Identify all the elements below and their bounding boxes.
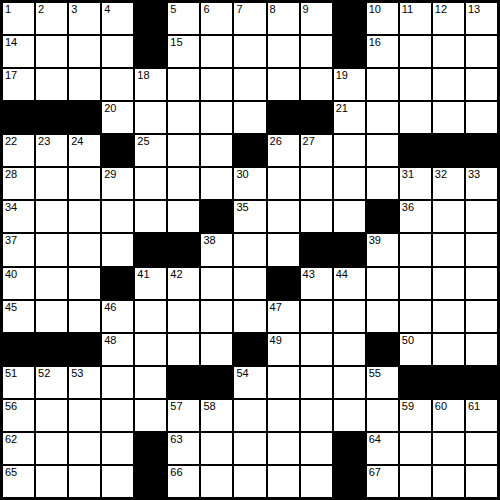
white-square[interactable] bbox=[135, 334, 166, 365]
white-square[interactable]: 54 bbox=[234, 367, 265, 398]
clue-number: 65 bbox=[5, 466, 17, 479]
white-square[interactable] bbox=[135, 102, 166, 133]
white-square[interactable]: 65 bbox=[3, 466, 34, 497]
black-square bbox=[334, 36, 365, 67]
white-square[interactable]: 20 bbox=[102, 102, 133, 133]
white-square[interactable] bbox=[69, 400, 100, 431]
white-square[interactable] bbox=[102, 433, 133, 464]
white-square[interactable]: 11 bbox=[400, 3, 431, 34]
white-square[interactable] bbox=[466, 433, 497, 464]
white-square[interactable]: 15 bbox=[168, 36, 199, 67]
white-square[interactable] bbox=[433, 36, 464, 67]
clue-number: 9 bbox=[303, 3, 309, 16]
white-square[interactable] bbox=[301, 201, 332, 232]
black-square bbox=[168, 367, 199, 398]
white-square[interactable] bbox=[334, 367, 365, 398]
white-square[interactable] bbox=[334, 301, 365, 332]
black-square bbox=[201, 201, 232, 232]
clue-number: 43 bbox=[303, 268, 315, 281]
white-square[interactable]: 43 bbox=[301, 268, 332, 299]
white-square[interactable] bbox=[367, 69, 398, 100]
clue-number: 23 bbox=[38, 135, 50, 148]
white-square[interactable] bbox=[36, 466, 67, 497]
white-square[interactable] bbox=[268, 433, 299, 464]
white-square[interactable]: 60 bbox=[433, 400, 464, 431]
white-square[interactable] bbox=[201, 36, 232, 67]
white-square[interactable]: 5 bbox=[168, 3, 199, 34]
clue-number: 31 bbox=[402, 168, 414, 181]
clue-number: 67 bbox=[369, 466, 381, 479]
clue-number: 36 bbox=[402, 201, 414, 214]
clue-number: 34 bbox=[5, 201, 17, 214]
white-square[interactable] bbox=[69, 268, 100, 299]
white-square[interactable] bbox=[268, 201, 299, 232]
white-square[interactable] bbox=[400, 69, 431, 100]
white-square[interactable] bbox=[36, 69, 67, 100]
white-square[interactable]: 17 bbox=[3, 69, 34, 100]
white-square[interactable]: 49 bbox=[268, 334, 299, 365]
white-square[interactable] bbox=[400, 36, 431, 67]
white-square[interactable] bbox=[466, 466, 497, 497]
white-square[interactable] bbox=[201, 433, 232, 464]
white-square[interactable] bbox=[334, 400, 365, 431]
white-square[interactable] bbox=[69, 168, 100, 199]
white-square[interactable]: 38 bbox=[201, 234, 232, 265]
white-square[interactable] bbox=[367, 400, 398, 431]
white-square[interactable] bbox=[234, 234, 265, 265]
crossword-grid: 1234567891011121314151617181920212223242… bbox=[0, 0, 500, 500]
white-square[interactable] bbox=[201, 268, 232, 299]
white-square[interactable] bbox=[135, 400, 166, 431]
black-square bbox=[102, 135, 133, 166]
white-square[interactable] bbox=[168, 301, 199, 332]
white-square[interactable]: 40 bbox=[3, 268, 34, 299]
black-square bbox=[36, 334, 67, 365]
white-square[interactable] bbox=[400, 268, 431, 299]
clue-number: 3 bbox=[71, 3, 77, 16]
white-square[interactable]: 39 bbox=[367, 234, 398, 265]
white-square[interactable] bbox=[433, 201, 464, 232]
clue-number: 44 bbox=[336, 268, 348, 281]
black-square bbox=[135, 433, 166, 464]
black-square bbox=[334, 466, 365, 497]
white-square[interactable]: 16 bbox=[367, 36, 398, 67]
white-square[interactable]: 64 bbox=[367, 433, 398, 464]
white-square[interactable] bbox=[268, 367, 299, 398]
white-square[interactable] bbox=[301, 36, 332, 67]
black-square bbox=[135, 3, 166, 34]
clue-number: 13 bbox=[468, 3, 480, 16]
white-square[interactable] bbox=[466, 268, 497, 299]
white-square[interactable] bbox=[234, 102, 265, 133]
white-square[interactable] bbox=[36, 433, 67, 464]
white-square[interactable]: 55 bbox=[367, 367, 398, 398]
white-square[interactable] bbox=[69, 69, 100, 100]
white-square[interactable]: 9 bbox=[301, 3, 332, 34]
white-square[interactable] bbox=[102, 466, 133, 497]
clue-number: 30 bbox=[236, 168, 248, 181]
white-square[interactable] bbox=[433, 102, 464, 133]
white-square[interactable]: 50 bbox=[400, 334, 431, 365]
white-square[interactable]: 24 bbox=[69, 135, 100, 166]
white-square[interactable]: 30 bbox=[234, 168, 265, 199]
white-square[interactable]: 45 bbox=[3, 301, 34, 332]
clue-number: 32 bbox=[435, 168, 447, 181]
white-square[interactable]: 6 bbox=[201, 3, 232, 34]
black-square bbox=[268, 102, 299, 133]
clue-number: 27 bbox=[303, 135, 315, 148]
clue-number: 61 bbox=[468, 400, 480, 413]
clue-number: 46 bbox=[104, 301, 116, 314]
white-square[interactable] bbox=[433, 268, 464, 299]
white-square[interactable]: 42 bbox=[168, 268, 199, 299]
clue-number: 42 bbox=[170, 268, 182, 281]
clue-number: 59 bbox=[402, 400, 414, 413]
white-square[interactable] bbox=[433, 69, 464, 100]
white-square[interactable] bbox=[301, 69, 332, 100]
clue-number: 57 bbox=[170, 400, 182, 413]
clue-number: 7 bbox=[236, 3, 242, 16]
white-square[interactable]: 66 bbox=[168, 466, 199, 497]
white-square[interactable] bbox=[135, 201, 166, 232]
black-square bbox=[135, 466, 166, 497]
white-square[interactable] bbox=[201, 135, 232, 166]
white-square[interactable]: 14 bbox=[3, 36, 34, 67]
clue-number: 56 bbox=[5, 400, 17, 413]
white-square[interactable] bbox=[69, 201, 100, 232]
clue-number: 25 bbox=[137, 135, 149, 148]
white-square[interactable]: 25 bbox=[135, 135, 166, 166]
clue-number: 18 bbox=[137, 69, 149, 82]
clue-number: 55 bbox=[369, 367, 381, 380]
white-square[interactable] bbox=[433, 234, 464, 265]
clue-number: 5 bbox=[170, 3, 176, 16]
white-square[interactable]: 44 bbox=[334, 268, 365, 299]
clue-number: 24 bbox=[71, 135, 83, 148]
white-square[interactable] bbox=[400, 433, 431, 464]
white-square[interactable] bbox=[234, 466, 265, 497]
white-square[interactable] bbox=[69, 36, 100, 67]
clue-number: 41 bbox=[137, 268, 149, 281]
white-square[interactable]: 8 bbox=[268, 3, 299, 34]
white-square[interactable] bbox=[268, 36, 299, 67]
white-square[interactable] bbox=[168, 135, 199, 166]
clue-number: 1 bbox=[5, 3, 11, 16]
white-square[interactable]: 3 bbox=[69, 3, 100, 34]
clue-number: 12 bbox=[435, 3, 447, 16]
white-square[interactable] bbox=[168, 201, 199, 232]
white-square[interactable]: 26 bbox=[268, 135, 299, 166]
white-square[interactable] bbox=[334, 135, 365, 166]
white-square[interactable] bbox=[135, 168, 166, 199]
clue-number: 38 bbox=[203, 234, 215, 247]
white-square[interactable] bbox=[301, 466, 332, 497]
white-square[interactable] bbox=[36, 36, 67, 67]
black-square bbox=[234, 334, 265, 365]
black-square bbox=[201, 367, 232, 398]
white-square[interactable] bbox=[301, 400, 332, 431]
white-square[interactable] bbox=[201, 466, 232, 497]
white-square[interactable] bbox=[102, 69, 133, 100]
white-square[interactable] bbox=[301, 334, 332, 365]
white-square[interactable] bbox=[367, 168, 398, 199]
black-square bbox=[400, 367, 431, 398]
black-square bbox=[3, 334, 34, 365]
white-square[interactable]: 58 bbox=[201, 400, 232, 431]
white-square[interactable] bbox=[301, 433, 332, 464]
clue-number: 16 bbox=[369, 36, 381, 49]
white-square[interactable] bbox=[36, 234, 67, 265]
white-square[interactable] bbox=[234, 268, 265, 299]
clue-number: 63 bbox=[170, 433, 182, 446]
white-square[interactable] bbox=[168, 69, 199, 100]
white-square[interactable] bbox=[234, 36, 265, 67]
white-square[interactable] bbox=[234, 400, 265, 431]
white-square[interactable] bbox=[234, 433, 265, 464]
clue-number: 53 bbox=[71, 367, 83, 380]
white-square[interactable] bbox=[69, 301, 100, 332]
white-square[interactable] bbox=[135, 301, 166, 332]
white-square[interactable] bbox=[201, 102, 232, 133]
white-square[interactable]: 10 bbox=[367, 3, 398, 34]
clue-number: 19 bbox=[336, 69, 348, 82]
clue-number: 45 bbox=[5, 301, 17, 314]
white-square[interactable] bbox=[102, 234, 133, 265]
black-square bbox=[135, 234, 166, 265]
white-square[interactable] bbox=[466, 301, 497, 332]
clue-number: 58 bbox=[203, 400, 215, 413]
clue-number: 40 bbox=[5, 268, 17, 281]
white-square[interactable]: 12 bbox=[433, 3, 464, 34]
white-square[interactable] bbox=[466, 201, 497, 232]
white-square[interactable] bbox=[36, 168, 67, 199]
white-square[interactable]: 1 bbox=[3, 3, 34, 34]
clue-number: 2 bbox=[38, 3, 44, 16]
white-square[interactable] bbox=[367, 102, 398, 133]
clue-number: 48 bbox=[104, 334, 116, 347]
white-square[interactable] bbox=[334, 334, 365, 365]
white-square[interactable] bbox=[301, 367, 332, 398]
clue-number: 35 bbox=[236, 201, 248, 214]
clue-number: 4 bbox=[104, 3, 110, 16]
black-square bbox=[301, 102, 332, 133]
white-square[interactable]: 59 bbox=[400, 400, 431, 431]
white-square[interactable] bbox=[201, 334, 232, 365]
clue-number: 11 bbox=[402, 3, 413, 16]
clue-number: 47 bbox=[270, 301, 282, 314]
white-square[interactable]: 36 bbox=[400, 201, 431, 232]
clue-number: 6 bbox=[203, 3, 209, 16]
white-square[interactable] bbox=[433, 334, 464, 365]
black-square bbox=[168, 234, 199, 265]
white-square[interactable] bbox=[466, 234, 497, 265]
white-square[interactable] bbox=[201, 301, 232, 332]
white-square[interactable] bbox=[168, 102, 199, 133]
white-square[interactable]: 28 bbox=[3, 168, 34, 199]
white-square[interactable] bbox=[433, 466, 464, 497]
black-square bbox=[367, 334, 398, 365]
white-square[interactable] bbox=[466, 36, 497, 67]
white-square[interactable]: 7 bbox=[234, 3, 265, 34]
clue-number: 52 bbox=[38, 367, 50, 380]
white-square[interactable]: 31 bbox=[400, 168, 431, 199]
black-square bbox=[367, 201, 398, 232]
white-square[interactable] bbox=[367, 301, 398, 332]
white-square[interactable] bbox=[102, 201, 133, 232]
clue-number: 8 bbox=[270, 3, 276, 16]
clue-number: 33 bbox=[468, 168, 480, 181]
clue-number: 37 bbox=[5, 234, 17, 247]
clue-number: 66 bbox=[170, 466, 182, 479]
white-square[interactable] bbox=[268, 69, 299, 100]
white-square[interactable]: 35 bbox=[234, 201, 265, 232]
black-square bbox=[334, 234, 365, 265]
white-square[interactable] bbox=[36, 268, 67, 299]
clue-number: 64 bbox=[369, 433, 381, 446]
white-square[interactable] bbox=[268, 234, 299, 265]
white-square[interactable]: 56 bbox=[3, 400, 34, 431]
white-square[interactable]: 57 bbox=[168, 400, 199, 431]
white-square[interactable]: 52 bbox=[36, 367, 67, 398]
white-square[interactable]: 62 bbox=[3, 433, 34, 464]
white-square[interactable] bbox=[268, 168, 299, 199]
white-square[interactable] bbox=[234, 69, 265, 100]
white-square[interactable] bbox=[466, 69, 497, 100]
clue-number: 15 bbox=[170, 36, 182, 49]
white-square[interactable] bbox=[135, 367, 166, 398]
clue-number: 17 bbox=[5, 69, 17, 82]
white-square[interactable] bbox=[400, 466, 431, 497]
white-square[interactable] bbox=[69, 466, 100, 497]
white-square[interactable] bbox=[69, 433, 100, 464]
white-square[interactable] bbox=[400, 301, 431, 332]
white-square[interactable] bbox=[102, 367, 133, 398]
black-square bbox=[135, 36, 166, 67]
white-square[interactable] bbox=[36, 201, 67, 232]
white-square[interactable] bbox=[268, 466, 299, 497]
white-square[interactable]: 48 bbox=[102, 334, 133, 365]
black-square bbox=[268, 268, 299, 299]
white-square[interactable] bbox=[36, 400, 67, 431]
white-square[interactable]: 18 bbox=[135, 69, 166, 100]
white-square[interactable] bbox=[466, 102, 497, 133]
clue-number: 28 bbox=[5, 168, 17, 181]
black-square bbox=[102, 268, 133, 299]
white-square[interactable]: 27 bbox=[301, 135, 332, 166]
clue-number: 50 bbox=[402, 334, 414, 347]
white-square[interactable] bbox=[301, 168, 332, 199]
white-square[interactable]: 2 bbox=[36, 3, 67, 34]
white-square[interactable] bbox=[102, 36, 133, 67]
black-square bbox=[334, 433, 365, 464]
clue-number: 54 bbox=[236, 367, 248, 380]
white-square[interactable]: 63 bbox=[168, 433, 199, 464]
clue-number: 51 bbox=[5, 367, 17, 380]
white-square[interactable] bbox=[234, 301, 265, 332]
clue-number: 26 bbox=[270, 135, 282, 148]
white-square[interactable]: 41 bbox=[135, 268, 166, 299]
clue-number: 62 bbox=[5, 433, 17, 446]
black-square bbox=[3, 102, 34, 133]
black-square bbox=[433, 367, 464, 398]
white-square[interactable] bbox=[334, 201, 365, 232]
black-square bbox=[301, 234, 332, 265]
white-square[interactable] bbox=[367, 268, 398, 299]
black-square bbox=[400, 135, 431, 166]
white-square[interactable]: 53 bbox=[69, 367, 100, 398]
clue-number: 22 bbox=[5, 135, 17, 148]
white-square[interactable]: 29 bbox=[102, 168, 133, 199]
white-square[interactable] bbox=[36, 301, 67, 332]
white-square[interactable] bbox=[433, 433, 464, 464]
white-square[interactable]: 21 bbox=[334, 102, 365, 133]
black-square bbox=[433, 135, 464, 166]
clue-number: 49 bbox=[270, 334, 282, 347]
black-square bbox=[36, 102, 67, 133]
white-square[interactable]: 4 bbox=[102, 3, 133, 34]
black-square bbox=[69, 102, 100, 133]
white-square[interactable] bbox=[69, 234, 100, 265]
white-square[interactable]: 67 bbox=[367, 466, 398, 497]
white-square[interactable] bbox=[400, 102, 431, 133]
white-square[interactable] bbox=[168, 334, 199, 365]
white-square[interactable]: 19 bbox=[334, 69, 365, 100]
black-square bbox=[466, 135, 497, 166]
black-square bbox=[234, 135, 265, 166]
white-square[interactable] bbox=[301, 301, 332, 332]
white-square[interactable] bbox=[201, 168, 232, 199]
white-square[interactable]: 51 bbox=[3, 367, 34, 398]
white-square[interactable] bbox=[201, 69, 232, 100]
clue-number: 60 bbox=[435, 400, 447, 413]
white-square[interactable]: 33 bbox=[466, 168, 497, 199]
clue-number: 20 bbox=[104, 102, 116, 115]
white-square[interactable]: 23 bbox=[36, 135, 67, 166]
white-square[interactable]: 13 bbox=[466, 3, 497, 34]
white-square[interactable] bbox=[334, 168, 365, 199]
white-square[interactable] bbox=[367, 135, 398, 166]
white-square[interactable]: 32 bbox=[433, 168, 464, 199]
black-square bbox=[466, 367, 497, 398]
white-square[interactable] bbox=[102, 400, 133, 431]
clue-number: 10 bbox=[369, 3, 381, 16]
white-square[interactable]: 22 bbox=[3, 135, 34, 166]
white-square[interactable] bbox=[168, 168, 199, 199]
clue-number: 21 bbox=[336, 102, 348, 115]
white-square[interactable]: 46 bbox=[102, 301, 133, 332]
clue-number: 29 bbox=[104, 168, 116, 181]
white-square[interactable]: 61 bbox=[466, 400, 497, 431]
white-square[interactable]: 34 bbox=[3, 201, 34, 232]
white-square[interactable]: 37 bbox=[3, 234, 34, 265]
white-square[interactable]: 47 bbox=[268, 301, 299, 332]
black-square bbox=[334, 3, 365, 34]
white-square[interactable] bbox=[268, 400, 299, 431]
white-square[interactable] bbox=[466, 334, 497, 365]
clue-number: 14 bbox=[5, 36, 17, 49]
black-square bbox=[69, 334, 100, 365]
white-square[interactable] bbox=[433, 301, 464, 332]
white-square[interactable] bbox=[400, 234, 431, 265]
clue-number: 39 bbox=[369, 234, 381, 247]
